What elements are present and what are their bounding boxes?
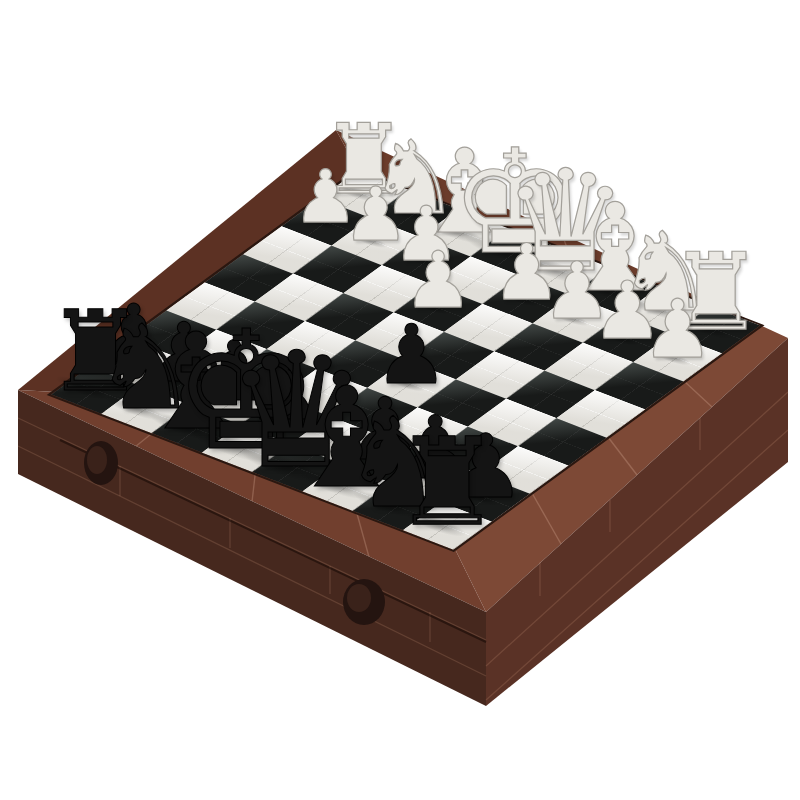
piece-white-pawn-a2[interactable]: ♟ <box>603 289 753 370</box>
drawer-knob-left[interactable] <box>84 441 118 485</box>
drawer-knob-front[interactable] <box>343 579 385 625</box>
piece-black-rook-a8[interactable]: ♜ <box>372 423 522 544</box>
product-photo-stage: ♜♞♝♛♚♝♞♜♟♟♟♟♟♟♟♟♜♞♝♛♚♝♞♜♟♟♟♟♟♟♟♟ <box>0 0 800 800</box>
